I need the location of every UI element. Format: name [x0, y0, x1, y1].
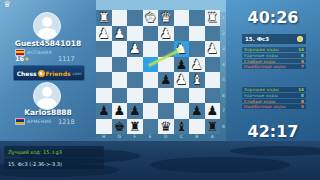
- square-a5[interactable]: [205, 72, 221, 88]
- square-a8[interactable]: ♜: [205, 119, 221, 135]
- square-f2[interactable]: [127, 26, 143, 42]
- logo-text-com: .com: [72, 71, 82, 76]
- top-player-rating: 1117: [58, 55, 75, 63]
- rank-label-5: 5: [221, 72, 227, 88]
- piece-wP-b4: ♟: [189, 57, 205, 73]
- rank-label-6: 6: [221, 88, 227, 104]
- file-coordinates: HGFEDCBA: [96, 133, 220, 141]
- avatar-top-player[interactable]: [33, 12, 61, 40]
- square-b2[interactable]: [189, 26, 205, 42]
- flag-stripe: [16, 122, 24, 124]
- square-d1[interactable]: ♛: [158, 10, 174, 26]
- avatar-silhouette: [42, 17, 52, 27]
- piece-bP-a7: ♟: [205, 103, 221, 119]
- stat-label: Хорошие ходы: [244, 47, 279, 52]
- square-h6[interactable]: [96, 88, 112, 104]
- square-a4[interactable]: [205, 57, 221, 73]
- avatar-bottom-player[interactable]: [33, 82, 61, 110]
- stat-value: 14: [298, 87, 304, 92]
- square-h2[interactable]: ♟: [96, 26, 112, 42]
- stat-row: Ошибочные ходы5: [242, 104, 306, 109]
- square-g2[interactable]: ♟: [112, 26, 128, 42]
- square-g1[interactable]: [112, 10, 128, 26]
- square-c3[interactable]: ♞: [174, 41, 190, 57]
- square-c4[interactable]: ♟: [174, 57, 190, 73]
- app-queen-icon: ♛: [3, 0, 11, 9]
- square-b4[interactable]: ♟: [189, 57, 205, 73]
- piece-bP-g7: ♟: [112, 103, 128, 119]
- piece-bB-c8: ♝: [174, 119, 190, 135]
- file-label-a: A: [205, 133, 221, 141]
- logo-text-chess: Chess: [17, 70, 37, 77]
- stat-label: Удачные ходы: [244, 53, 278, 58]
- piece-bP-d5: ♟: [158, 72, 174, 88]
- piece-bP-f7: ♟: [127, 103, 143, 119]
- square-d5[interactable]: ♟: [158, 72, 174, 88]
- move-quality-dot: [297, 36, 303, 42]
- file-label-e: E: [143, 133, 159, 141]
- logo-text-friends: Friends: [46, 70, 71, 77]
- square-f4[interactable]: [127, 57, 143, 73]
- top-player-country: ИСПАНИЯ: [27, 50, 52, 55]
- square-a1[interactable]: ♜: [205, 10, 221, 26]
- piece-wP-h2: ♟: [96, 26, 112, 42]
- square-d6[interactable]: [158, 88, 174, 104]
- square-c7[interactable]: [174, 103, 190, 119]
- square-h3[interactable]: [96, 41, 112, 57]
- stat-label: Удачные ходы: [244, 93, 278, 98]
- file-label-g: G: [112, 133, 128, 141]
- avatar-silhouette: [42, 87, 52, 97]
- square-h1[interactable]: ♜: [96, 10, 112, 26]
- wave-shape: [150, 157, 290, 173]
- stat-value: 9: [301, 59, 304, 64]
- square-e5[interactable]: [143, 72, 159, 88]
- piece-bP-b7: ♟: [189, 103, 205, 119]
- square-b5[interactable]: ♝: [189, 72, 205, 88]
- piece-wR-a1: ♜: [205, 10, 221, 26]
- square-a2[interactable]: [205, 26, 221, 42]
- stat-value: 8: [301, 93, 304, 98]
- top-player-stars: 16★: [15, 55, 29, 63]
- square-g6[interactable]: [112, 88, 128, 104]
- square-b7[interactable]: ♟: [189, 103, 205, 119]
- square-d7[interactable]: [158, 103, 174, 119]
- square-c5[interactable]: ♟: [174, 72, 190, 88]
- piece-wB-b5: ♝: [189, 72, 205, 88]
- wave-shape: [230, 146, 320, 156]
- stat-value: 8: [301, 99, 304, 104]
- square-e6[interactable]: [143, 88, 159, 104]
- stat-label: Слабые ходы: [244, 59, 275, 64]
- square-b8[interactable]: [189, 119, 205, 135]
- chess-board[interactable]: ♜♚♛♜♟♟♟♟♞♟♟♟♟♟♝♟♟♟♟♟♚♜♛♝♜: [96, 10, 220, 134]
- square-f1[interactable]: [127, 10, 143, 26]
- bottom-player-name: Karlos8888: [0, 108, 96, 117]
- square-c6[interactable]: [174, 88, 190, 104]
- piece-wN-c3: ♞: [174, 41, 190, 57]
- stat-label: Ошибочные ходы: [244, 104, 285, 109]
- stat-row: Хорошие ходы14: [242, 47, 306, 52]
- stat-row: Слабые ходы9: [242, 59, 306, 64]
- square-c8[interactable]: ♝: [174, 119, 190, 135]
- square-d2[interactable]: ♟: [158, 26, 174, 42]
- square-c1[interactable]: [174, 10, 190, 26]
- stat-label: Хорошие ходы: [244, 87, 279, 92]
- square-g3[interactable]: [112, 41, 128, 57]
- app-window: ♛ Guest45841018 ИСПАНИЯ 16★ 1117 Chess ♞…: [0, 0, 320, 180]
- stat-value: 5: [301, 104, 304, 109]
- square-f7[interactable]: ♟: [127, 103, 143, 119]
- square-e7[interactable]: [143, 103, 159, 119]
- square-f8[interactable]: ♜: [127, 119, 143, 135]
- file-label-f: F: [127, 133, 143, 141]
- armenia-flag-icon: [15, 118, 25, 125]
- square-h4[interactable]: [96, 57, 112, 73]
- file-label-c: C: [174, 133, 190, 141]
- stat-value: 14: [298, 47, 304, 52]
- piece-wR-h1: ♜: [96, 10, 112, 26]
- stat-label: Ошибочные ходы: [244, 64, 285, 69]
- square-d4[interactable]: [158, 57, 174, 73]
- square-a7[interactable]: ♟: [205, 103, 221, 119]
- current-move-text: 15. Фc3: [245, 36, 269, 42]
- piece-bR-a8: ♜: [205, 119, 221, 135]
- square-h8[interactable]: [96, 119, 112, 135]
- top-player-clock: 40:26: [226, 8, 320, 27]
- piece-bP-h7: ♟: [96, 103, 112, 119]
- top-player-move-stats: Хорошие ходы14Удачные ходы8Слабые ходы9О…: [242, 47, 306, 69]
- star-icon: ★: [24, 55, 29, 62]
- piece-wP-f3: ♟: [127, 41, 143, 57]
- square-b1[interactable]: [189, 10, 205, 26]
- piece-wK-e1: ♚: [143, 10, 159, 26]
- stat-row: Удачные ходы8: [242, 53, 306, 58]
- stat-row: Слабые ходы8: [242, 99, 306, 104]
- stat-row: Ошибочные ходы7: [242, 64, 306, 69]
- square-f3[interactable]: ♟: [127, 41, 143, 57]
- square-e2[interactable]: [143, 26, 159, 42]
- square-e8[interactable]: [143, 119, 159, 135]
- piece-wQ-d1: ♛: [158, 10, 174, 26]
- piece-bQ-d8: ♛: [158, 119, 174, 135]
- piece-bP-c4: ♟: [174, 57, 190, 73]
- piece-bR-f8: ♜: [127, 119, 143, 135]
- stat-value: 8: [301, 53, 304, 58]
- file-label-d: D: [158, 133, 174, 141]
- piece-wP-g2: ♟: [112, 26, 128, 42]
- square-e4[interactable]: [143, 57, 159, 73]
- bottom-player-clock: 42:17: [226, 122, 320, 141]
- square-g7[interactable]: ♟: [112, 103, 128, 119]
- square-g8[interactable]: ♚: [112, 119, 128, 135]
- stat-row: Удачные ходы8: [242, 93, 306, 98]
- square-f6[interactable]: [127, 88, 143, 104]
- stat-row: Хорошие ходы14: [242, 87, 306, 92]
- square-e1[interactable]: ♚: [143, 10, 159, 26]
- piece-wP-c5: ♟: [174, 72, 190, 88]
- piece-bK-g8: ♚: [112, 119, 128, 135]
- square-h5[interactable]: [96, 72, 112, 88]
- square-a6[interactable]: [205, 88, 221, 104]
- square-a3[interactable]: ♟: [205, 41, 221, 57]
- square-g5[interactable]: [112, 72, 128, 88]
- rank-label-3: 3: [221, 41, 227, 57]
- bottom-player-country-row: АРМЕНИЯ: [15, 118, 52, 124]
- knight-logo-icon: ♞: [38, 70, 45, 77]
- current-move-entry[interactable]: 15. Фc3: [242, 34, 306, 44]
- file-label-h: H: [96, 133, 112, 141]
- rank-coordinates: 12345678: [221, 10, 227, 134]
- bottom-player-rating: 1218: [58, 118, 75, 126]
- square-f5[interactable]: [127, 72, 143, 88]
- rank-label-4: 4: [221, 57, 227, 73]
- bottom-player-move-stats: Хорошие ходы14Удачные ходы8Слабые ходы8О…: [242, 87, 306, 109]
- rank-label-2: 2: [221, 26, 227, 42]
- rank-label-7: 7: [221, 103, 227, 119]
- square-h7[interactable]: ♟: [96, 103, 112, 119]
- piece-wP-d2: ♟: [158, 26, 174, 42]
- square-e3[interactable]: [143, 41, 159, 57]
- square-d8[interactable]: ♛: [158, 119, 174, 135]
- square-c2[interactable]: [174, 26, 190, 42]
- bottom-player-country: АРМЕНИЯ: [27, 119, 52, 124]
- top-player-name: Guest45841018: [0, 39, 96, 48]
- played-move-evaluation: 15. Фc3 (-2.36->-3.3): [4, 158, 104, 169]
- square-b6[interactable]: [189, 88, 205, 104]
- piece-wP-a3: ♟: [205, 41, 221, 57]
- file-label-b: B: [189, 133, 205, 141]
- stat-value: 7: [301, 64, 304, 69]
- square-b3[interactable]: [189, 41, 205, 57]
- square-d3[interactable]: [158, 41, 174, 57]
- stat-label: Слабые ходы: [244, 99, 275, 104]
- best-move-suggestion: Лучший ход: 15.♗g3: [4, 146, 104, 157]
- square-g4[interactable]: [112, 57, 128, 73]
- chessfriends-logo[interactable]: Chess ♞ Friends .com: [13, 65, 85, 81]
